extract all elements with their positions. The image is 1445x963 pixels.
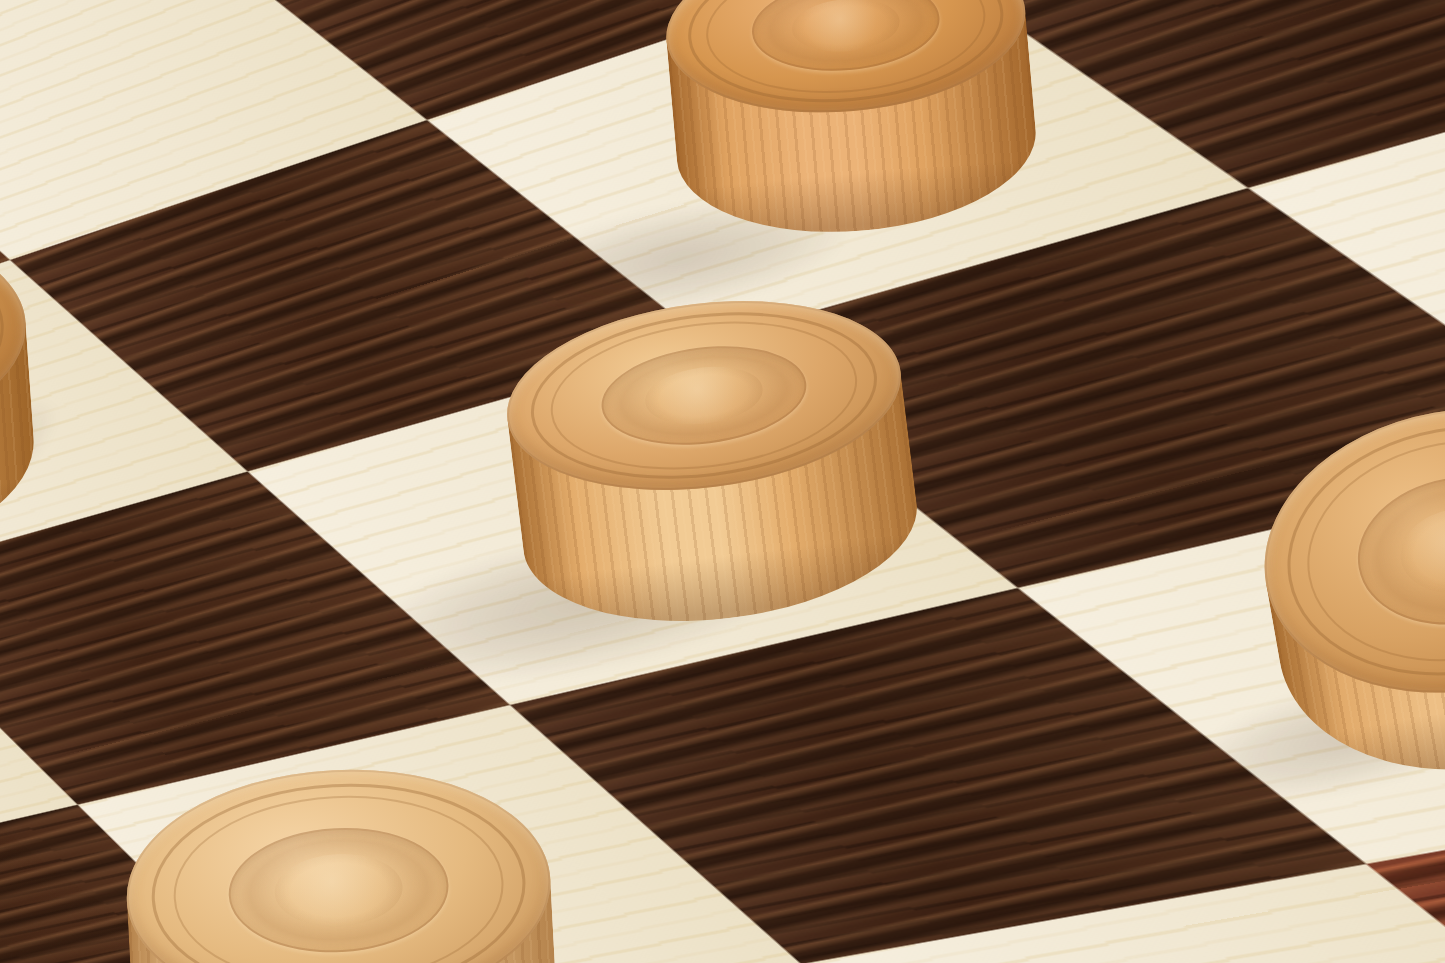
piece-bottom-left[interactable] — [121, 759, 564, 963]
board-photo-scene — [0, 0, 1445, 963]
piece-top-edge[interactable] — [659, 0, 1043, 246]
piece-center[interactable] — [496, 280, 928, 642]
piece-bottom-left-top-face — [121, 759, 557, 963]
